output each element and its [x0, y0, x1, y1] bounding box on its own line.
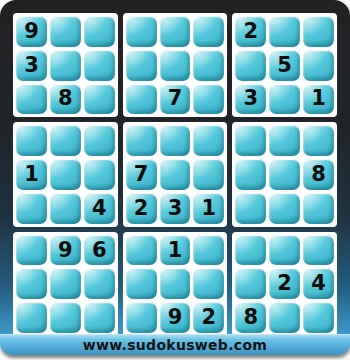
cell-r3c6[interactable]	[193, 84, 224, 115]
cell-r1c9[interactable]	[303, 16, 334, 47]
sudoku-box-7: 96	[13, 232, 118, 336]
cell-r6c5[interactable]: 3	[160, 193, 191, 224]
cell-r9c2[interactable]	[50, 302, 81, 333]
cell-r6c2[interactable]	[50, 193, 81, 224]
cell-r6c7[interactable]	[235, 193, 266, 224]
cell-r4c5[interactable]	[160, 125, 191, 156]
cell-r1c6[interactable]	[193, 16, 224, 47]
sudoku-box-3: 2531	[232, 13, 337, 117]
cell-r2c4[interactable]	[126, 50, 157, 81]
cell-r4c9[interactable]	[303, 125, 334, 156]
cell-r8c3[interactable]	[84, 268, 115, 299]
cell-r9c8[interactable]	[269, 302, 300, 333]
cell-r9c9[interactable]	[303, 302, 334, 333]
cell-r4c2[interactable]	[50, 125, 81, 156]
cell-r8c2[interactable]	[50, 268, 81, 299]
cell-r3c9[interactable]: 1	[303, 84, 334, 115]
sudoku-box-2: 7	[123, 13, 228, 117]
cell-r8c7[interactable]	[235, 268, 266, 299]
cell-r4c3[interactable]	[84, 125, 115, 156]
cell-r3c1[interactable]	[16, 84, 47, 115]
cell-r2c7[interactable]	[235, 50, 266, 81]
cell-r7c8[interactable]	[269, 235, 300, 266]
cell-r3c8[interactable]	[269, 84, 300, 115]
cell-r9c7[interactable]: 8	[235, 302, 266, 333]
cell-r1c2[interactable]	[50, 16, 81, 47]
sudoku-box-6: 8	[232, 122, 337, 226]
cell-r7c9[interactable]	[303, 235, 334, 266]
cell-r9c6[interactable]: 2	[193, 302, 224, 333]
cell-r2c1[interactable]: 3	[16, 50, 47, 81]
cell-r2c8[interactable]: 5	[269, 50, 300, 81]
site-url[interactable]: www.sudokusweb.com	[83, 337, 267, 353]
cell-r5c5[interactable]	[160, 159, 191, 190]
cell-r9c3[interactable]	[84, 302, 115, 333]
cell-r7c1[interactable]	[16, 235, 47, 266]
cell-r2c3[interactable]	[84, 50, 115, 81]
sudoku-box-1: 938	[13, 13, 118, 117]
cell-r3c3[interactable]	[84, 84, 115, 115]
cell-r5c3[interactable]	[84, 159, 115, 190]
cell-r5c1[interactable]: 1	[16, 159, 47, 190]
cell-r5c8[interactable]	[269, 159, 300, 190]
cell-r6c1[interactable]	[16, 193, 47, 224]
cell-r7c6[interactable]	[193, 235, 224, 266]
cell-r8c8[interactable]: 2	[269, 268, 300, 299]
cell-r8c6[interactable]	[193, 268, 224, 299]
cell-r8c5[interactable]	[160, 268, 191, 299]
cell-r1c7[interactable]: 2	[235, 16, 266, 47]
sudoku-board-card: 93872531147231896192248 www.sudokusweb.c…	[0, 0, 350, 355]
sudoku-box-8: 192	[123, 232, 228, 336]
cell-r6c6[interactable]: 1	[193, 193, 224, 224]
cell-r9c4[interactable]	[126, 302, 157, 333]
cell-r6c4[interactable]: 2	[126, 193, 157, 224]
cell-r1c1[interactable]: 9	[16, 16, 47, 47]
cell-r8c9[interactable]: 4	[303, 268, 334, 299]
cell-r3c7[interactable]: 3	[235, 84, 266, 115]
sudoku-box-5: 7231	[123, 122, 228, 226]
cell-r1c8[interactable]	[269, 16, 300, 47]
cell-r1c4[interactable]	[126, 16, 157, 47]
cell-r1c3[interactable]	[84, 16, 115, 47]
sudoku-box-4: 14	[13, 122, 118, 226]
cell-r7c2[interactable]: 9	[50, 235, 81, 266]
cell-r1c5[interactable]	[160, 16, 191, 47]
cell-r7c3[interactable]: 6	[84, 235, 115, 266]
sudoku-grid: 93872531147231896192248	[13, 13, 337, 336]
cell-r9c1[interactable]	[16, 302, 47, 333]
cell-r6c8[interactable]	[269, 193, 300, 224]
cell-r7c5[interactable]: 1	[160, 235, 191, 266]
cell-r8c4[interactable]	[126, 268, 157, 299]
cell-r4c6[interactable]	[193, 125, 224, 156]
cell-r4c4[interactable]	[126, 125, 157, 156]
cell-r7c4[interactable]	[126, 235, 157, 266]
cell-r5c6[interactable]	[193, 159, 224, 190]
cell-r4c7[interactable]	[235, 125, 266, 156]
cell-r9c5[interactable]: 9	[160, 302, 191, 333]
cell-r6c3[interactable]: 4	[84, 193, 115, 224]
footer-bar: www.sudokusweb.com	[0, 334, 350, 355]
cell-r5c9[interactable]: 8	[303, 159, 334, 190]
cell-r3c2[interactable]: 8	[50, 84, 81, 115]
cell-r7c7[interactable]	[235, 235, 266, 266]
cell-r3c4[interactable]	[126, 84, 157, 115]
cell-r2c9[interactable]	[303, 50, 334, 81]
cell-r4c1[interactable]	[16, 125, 47, 156]
cell-r3c5[interactable]: 7	[160, 84, 191, 115]
cell-r2c5[interactable]	[160, 50, 191, 81]
cell-r6c9[interactable]	[303, 193, 334, 224]
cell-r5c4[interactable]: 7	[126, 159, 157, 190]
cell-r2c6[interactable]	[193, 50, 224, 81]
cell-r5c2[interactable]	[50, 159, 81, 190]
cell-r5c7[interactable]	[235, 159, 266, 190]
cell-r2c2[interactable]	[50, 50, 81, 81]
cell-r8c1[interactable]	[16, 268, 47, 299]
cell-r4c8[interactable]	[269, 125, 300, 156]
sudoku-box-9: 248	[232, 232, 337, 336]
